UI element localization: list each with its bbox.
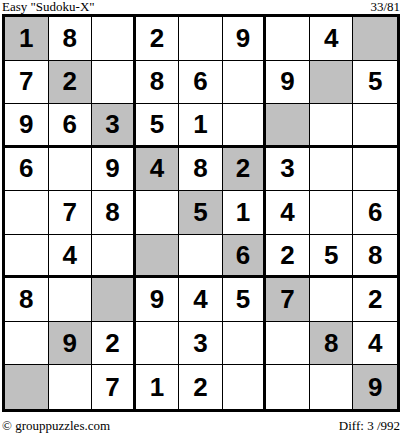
cell-r8c1[interactable]	[5, 322, 49, 366]
cell-r6c3[interactable]	[92, 235, 136, 279]
cell-r9c3: 7	[92, 365, 136, 409]
cell-r3c7[interactable]	[266, 104, 310, 148]
cell-r1c7[interactable]	[266, 17, 310, 61]
cell-r7c5: 4	[179, 278, 223, 322]
cell-r5c1[interactable]	[5, 191, 49, 235]
cell-r2c1: 7	[5, 61, 49, 105]
cell-r5c8[interactable]	[310, 191, 354, 235]
cell-r1c5[interactable]	[179, 17, 223, 61]
cell-r8c8: 8	[310, 322, 354, 366]
cell-r9c8[interactable]	[310, 365, 354, 409]
sudoku-board: 1829472869596351694823785146462588945729…	[2, 14, 400, 412]
header: Easy "Sudoku-X" 33/81	[2, 0, 400, 14]
cell-r8c7[interactable]	[266, 322, 310, 366]
cell-r1c4: 2	[136, 17, 180, 61]
cell-r8c6[interactable]	[223, 322, 267, 366]
cell-r5c2: 7	[49, 191, 93, 235]
cell-r7c3[interactable]	[92, 278, 136, 322]
cell-r6c5[interactable]	[179, 235, 223, 279]
cell-r4c6: 2	[223, 148, 267, 192]
cell-r6c2: 4	[49, 235, 93, 279]
cell-r8c4[interactable]	[136, 322, 180, 366]
cell-r5c4[interactable]	[136, 191, 180, 235]
cell-r1c8: 4	[310, 17, 354, 61]
cell-r9c9: 9	[353, 365, 397, 409]
cell-r8c5: 3	[179, 322, 223, 366]
footer: © grouppuzzles.com Diff: 3 /992	[2, 419, 400, 433]
cell-r2c7: 9	[266, 61, 310, 105]
cell-r3c5: 1	[179, 104, 223, 148]
cell-r9c1[interactable]	[5, 365, 49, 409]
cell-r3c4: 5	[136, 104, 180, 148]
cell-r7c8[interactable]	[310, 278, 354, 322]
cell-r1c9[interactable]	[353, 17, 397, 61]
cell-r9c6[interactable]	[223, 365, 267, 409]
cell-r9c4: 1	[136, 365, 180, 409]
cell-r4c3: 9	[92, 148, 136, 192]
cell-r7c2[interactable]	[49, 278, 93, 322]
cell-r7c4: 9	[136, 278, 180, 322]
cell-r3c9[interactable]	[353, 104, 397, 148]
page-title: Easy "Sudoku-X"	[2, 0, 95, 13]
cell-r6c9: 8	[353, 235, 397, 279]
cell-r1c3[interactable]	[92, 17, 136, 61]
cell-r4c2[interactable]	[49, 148, 93, 192]
cell-r7c9: 2	[353, 278, 397, 322]
cell-r9c7[interactable]	[266, 365, 310, 409]
difficulty-text: Diff: 3 /992	[339, 419, 400, 433]
cell-r5c9: 6	[353, 191, 397, 235]
cell-r6c1[interactable]	[5, 235, 49, 279]
cell-r6c4[interactable]	[136, 235, 180, 279]
cell-r3c6[interactable]	[223, 104, 267, 148]
cell-r4c7: 3	[266, 148, 310, 192]
cell-r6c8: 5	[310, 235, 354, 279]
cell-r3c2: 6	[49, 104, 93, 148]
cell-r8c3: 2	[92, 322, 136, 366]
cell-r5c5: 5	[179, 191, 223, 235]
cell-r2c3[interactable]	[92, 61, 136, 105]
cell-r5c6: 1	[223, 191, 267, 235]
cell-r6c6: 6	[223, 235, 267, 279]
cell-r7c6: 5	[223, 278, 267, 322]
cell-r2c2: 2	[49, 61, 93, 105]
cell-r4c9[interactable]	[353, 148, 397, 192]
copyright-text: © grouppuzzles.com	[2, 419, 110, 433]
cell-r2c8[interactable]	[310, 61, 354, 105]
cell-r6c7: 2	[266, 235, 310, 279]
cell-r2c5: 6	[179, 61, 223, 105]
cell-r2c9: 5	[353, 61, 397, 105]
cell-r1c6: 9	[223, 17, 267, 61]
cell-r3c8[interactable]	[310, 104, 354, 148]
cell-r3c3: 3	[92, 104, 136, 148]
cell-r1c2: 8	[49, 17, 93, 61]
givens-counter: 33/81	[370, 0, 400, 13]
cell-r5c7: 4	[266, 191, 310, 235]
cell-r4c5: 8	[179, 148, 223, 192]
cell-r8c9: 4	[353, 322, 397, 366]
puzzle-page: Easy "Sudoku-X" 33/81 182947286959635169…	[0, 0, 402, 437]
cell-r5c3: 8	[92, 191, 136, 235]
cell-r9c5: 2	[179, 365, 223, 409]
cell-r2c6[interactable]	[223, 61, 267, 105]
cell-r9c2[interactable]	[49, 365, 93, 409]
cell-r4c8[interactable]	[310, 148, 354, 192]
cell-r3c1: 9	[5, 104, 49, 148]
cell-r8c2: 9	[49, 322, 93, 366]
cell-r4c1: 6	[5, 148, 49, 192]
cell-r2c4: 8	[136, 61, 180, 105]
cell-r7c1: 8	[5, 278, 49, 322]
cell-r7c7: 7	[266, 278, 310, 322]
cell-r1c1: 1	[5, 17, 49, 61]
cell-r4c4: 4	[136, 148, 180, 192]
